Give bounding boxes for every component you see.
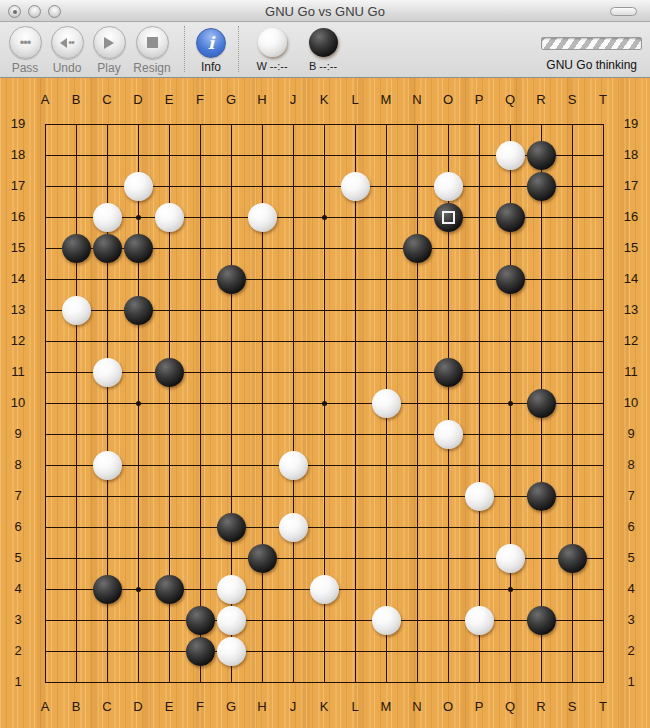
board-cell[interactable] <box>92 667 123 698</box>
board-cell[interactable] <box>247 357 278 388</box>
board-cell[interactable] <box>526 512 557 543</box>
board-cell[interactable] <box>526 202 557 233</box>
board-cell[interactable] <box>464 450 495 481</box>
board-cell[interactable] <box>340 140 371 171</box>
board-cell[interactable] <box>185 109 216 140</box>
board-cell[interactable] <box>309 481 340 512</box>
board-cell[interactable] <box>92 481 123 512</box>
board-cell[interactable] <box>216 419 247 450</box>
board-cell[interactable] <box>557 171 588 202</box>
board-cell[interactable] <box>526 667 557 698</box>
board-cell[interactable] <box>309 605 340 636</box>
board-cell[interactable] <box>61 357 92 388</box>
board-cell[interactable] <box>588 388 619 419</box>
board-cell[interactable] <box>247 140 278 171</box>
board-cell[interactable] <box>92 140 123 171</box>
board-cell[interactable] <box>340 419 371 450</box>
board-cell[interactable] <box>30 419 61 450</box>
board-cell[interactable] <box>61 233 92 264</box>
board-cell[interactable] <box>278 512 309 543</box>
board-cell[interactable] <box>123 388 154 419</box>
board-cell[interactable] <box>495 357 526 388</box>
board-cell[interactable] <box>340 295 371 326</box>
board-cell[interactable] <box>309 295 340 326</box>
board-cell[interactable] <box>61 419 92 450</box>
board-cell[interactable] <box>123 419 154 450</box>
board-cell[interactable] <box>92 233 123 264</box>
board-cell[interactable] <box>402 357 433 388</box>
board-cell[interactable] <box>557 481 588 512</box>
board-cell[interactable] <box>247 419 278 450</box>
board-cell[interactable] <box>433 574 464 605</box>
board-cell[interactable] <box>464 171 495 202</box>
board-cell[interactable] <box>495 140 526 171</box>
board-cell[interactable] <box>495 295 526 326</box>
board-cell[interactable] <box>278 202 309 233</box>
board-cell[interactable] <box>30 109 61 140</box>
board-cell[interactable] <box>185 543 216 574</box>
board-cell[interactable] <box>495 388 526 419</box>
board-cell[interactable] <box>185 388 216 419</box>
board-cell[interactable] <box>154 667 185 698</box>
board-cell[interactable] <box>216 574 247 605</box>
board-cell[interactable] <box>278 419 309 450</box>
board-cell[interactable] <box>278 450 309 481</box>
toolbar-toggle-pill[interactable] <box>610 7 637 16</box>
board-cell[interactable] <box>433 636 464 667</box>
board-cell[interactable] <box>557 264 588 295</box>
board-cell[interactable] <box>216 450 247 481</box>
board-cell[interactable] <box>185 605 216 636</box>
board-cell[interactable] <box>495 450 526 481</box>
board-cell[interactable] <box>433 419 464 450</box>
resign-button[interactable]: Resign <box>128 26 176 75</box>
board-cell[interactable] <box>185 574 216 605</box>
board-cell[interactable] <box>154 419 185 450</box>
board-cell[interactable] <box>30 512 61 543</box>
board-cell[interactable] <box>588 233 619 264</box>
board-cell[interactable] <box>402 543 433 574</box>
board-cell[interactable] <box>402 388 433 419</box>
board-cell[interactable] <box>464 140 495 171</box>
board-cell[interactable] <box>92 636 123 667</box>
board-cell[interactable] <box>340 171 371 202</box>
board-cell[interactable] <box>371 636 402 667</box>
board-cell[interactable] <box>30 636 61 667</box>
board-cell[interactable] <box>402 109 433 140</box>
board-cell[interactable] <box>92 357 123 388</box>
board-cell[interactable] <box>433 109 464 140</box>
board-cell[interactable] <box>309 264 340 295</box>
board-cell[interactable] <box>464 388 495 419</box>
board-cell[interactable] <box>557 543 588 574</box>
board-cell[interactable] <box>30 140 61 171</box>
board-cell[interactable] <box>464 419 495 450</box>
board-cell[interactable] <box>154 605 185 636</box>
board-cell[interactable] <box>588 481 619 512</box>
board-cell[interactable] <box>61 512 92 543</box>
board-cell[interactable] <box>30 605 61 636</box>
board-cell[interactable] <box>588 667 619 698</box>
board-cell[interactable] <box>154 636 185 667</box>
board-cell[interactable] <box>309 419 340 450</box>
board-cell[interactable] <box>216 233 247 264</box>
board-cell[interactable] <box>309 326 340 357</box>
board-cell[interactable] <box>309 109 340 140</box>
board-cell[interactable] <box>216 667 247 698</box>
board-cell[interactable] <box>340 667 371 698</box>
board-cell[interactable] <box>495 636 526 667</box>
board-cell[interactable] <box>402 326 433 357</box>
board-cell[interactable] <box>588 326 619 357</box>
board-cell[interactable] <box>495 419 526 450</box>
board-cell[interactable] <box>185 264 216 295</box>
board-cell[interactable] <box>216 636 247 667</box>
board-cell[interactable] <box>123 512 154 543</box>
board-cell[interactable] <box>30 543 61 574</box>
board-cell[interactable] <box>216 357 247 388</box>
board-cell[interactable] <box>402 450 433 481</box>
pass-button[interactable]: •••Pass <box>1 26 49 75</box>
board-cell[interactable] <box>278 233 309 264</box>
board-cell[interactable] <box>433 357 464 388</box>
board-cell[interactable] <box>588 450 619 481</box>
board-cell[interactable] <box>526 264 557 295</box>
board-cell[interactable] <box>464 481 495 512</box>
board-cell[interactable] <box>526 605 557 636</box>
board-cell[interactable] <box>340 202 371 233</box>
board-cell[interactable] <box>61 326 92 357</box>
board-cell[interactable] <box>30 388 61 419</box>
board-cell[interactable] <box>526 171 557 202</box>
board-cell[interactable] <box>92 264 123 295</box>
board-cell[interactable] <box>154 202 185 233</box>
board-cell[interactable] <box>154 140 185 171</box>
board-cell[interactable] <box>154 574 185 605</box>
board-cell[interactable] <box>309 450 340 481</box>
board-cell[interactable] <box>92 512 123 543</box>
board-cell[interactable] <box>247 574 278 605</box>
board-cell[interactable] <box>433 295 464 326</box>
board-cell[interactable] <box>526 636 557 667</box>
board-cell[interactable] <box>464 512 495 543</box>
board-cell[interactable] <box>216 481 247 512</box>
board-cell[interactable] <box>61 388 92 419</box>
play-button[interactable]: Play <box>85 26 133 75</box>
board-cell[interactable] <box>464 233 495 264</box>
board-cell[interactable] <box>185 171 216 202</box>
board-cell[interactable] <box>154 388 185 419</box>
board-cell[interactable] <box>247 326 278 357</box>
board-cell[interactable] <box>278 140 309 171</box>
board-cell[interactable] <box>433 264 464 295</box>
board-cell[interactable] <box>557 357 588 388</box>
board-cell[interactable] <box>557 636 588 667</box>
board-cell[interactable] <box>247 636 278 667</box>
board-cell[interactable] <box>185 202 216 233</box>
board-cell[interactable] <box>526 543 557 574</box>
board-cell[interactable] <box>402 171 433 202</box>
board-cell[interactable] <box>371 295 402 326</box>
board-cell[interactable] <box>185 636 216 667</box>
board-cell[interactable] <box>92 605 123 636</box>
board-cell[interactable] <box>340 605 371 636</box>
board-cell[interactable] <box>371 264 402 295</box>
board-cell[interactable] <box>588 605 619 636</box>
board-cell[interactable] <box>123 481 154 512</box>
board-cell[interactable] <box>464 357 495 388</box>
board-cell[interactable] <box>154 109 185 140</box>
board-cell[interactable] <box>247 605 278 636</box>
board-cell[interactable] <box>216 512 247 543</box>
board-cell[interactable] <box>123 574 154 605</box>
board-cell[interactable] <box>526 388 557 419</box>
board-cell[interactable] <box>30 357 61 388</box>
board-cell[interactable] <box>402 512 433 543</box>
board-cell[interactable] <box>30 202 61 233</box>
board-cell[interactable] <box>278 171 309 202</box>
board-cell[interactable] <box>278 574 309 605</box>
board-cell[interactable] <box>309 388 340 419</box>
board-cell[interactable] <box>30 667 61 698</box>
board-cell[interactable] <box>340 109 371 140</box>
board-cell[interactable] <box>30 295 61 326</box>
board-cell[interactable] <box>154 264 185 295</box>
board-cell[interactable] <box>154 171 185 202</box>
board-cell[interactable] <box>278 605 309 636</box>
board-cell[interactable] <box>464 636 495 667</box>
board-cell[interactable] <box>464 605 495 636</box>
board-cell[interactable] <box>309 202 340 233</box>
board-cell[interactable] <box>588 419 619 450</box>
board-cell[interactable] <box>185 233 216 264</box>
board-cell[interactable] <box>216 171 247 202</box>
board-cell[interactable] <box>495 202 526 233</box>
board-cell[interactable] <box>588 357 619 388</box>
board-cell[interactable] <box>557 233 588 264</box>
board-cell[interactable] <box>433 543 464 574</box>
board-cell[interactable] <box>495 481 526 512</box>
board-cell[interactable] <box>464 667 495 698</box>
board-cell[interactable] <box>557 667 588 698</box>
board-cell[interactable] <box>30 233 61 264</box>
board-cell[interactable] <box>185 481 216 512</box>
board-cell[interactable] <box>92 171 123 202</box>
board-cell[interactable] <box>526 295 557 326</box>
board-cell[interactable] <box>557 450 588 481</box>
board-cell[interactable] <box>433 481 464 512</box>
board-cell[interactable] <box>340 574 371 605</box>
board-cell[interactable] <box>371 481 402 512</box>
board-cell[interactable] <box>588 140 619 171</box>
board-cell[interactable] <box>309 543 340 574</box>
board-cell[interactable] <box>278 543 309 574</box>
board-cell[interactable] <box>309 667 340 698</box>
board-cell[interactable] <box>154 295 185 326</box>
board-cell[interactable] <box>371 357 402 388</box>
board-cell[interactable] <box>340 233 371 264</box>
board-cell[interactable] <box>340 326 371 357</box>
board-cell[interactable] <box>371 450 402 481</box>
board-cell[interactable] <box>61 140 92 171</box>
board-cell[interactable] <box>61 667 92 698</box>
board-cell[interactable] <box>371 667 402 698</box>
board-cell[interactable] <box>309 357 340 388</box>
board-cell[interactable] <box>433 512 464 543</box>
board-cell[interactable] <box>154 481 185 512</box>
board-cell[interactable] <box>61 171 92 202</box>
board-cell[interactable] <box>185 667 216 698</box>
board-cell[interactable] <box>433 233 464 264</box>
board-cell[interactable] <box>216 140 247 171</box>
board-cell[interactable] <box>92 543 123 574</box>
board-cell[interactable] <box>402 481 433 512</box>
board-cell[interactable] <box>92 109 123 140</box>
board-cell[interactable] <box>30 171 61 202</box>
board-cell[interactable] <box>402 264 433 295</box>
board-cell[interactable] <box>433 450 464 481</box>
board-cell[interactable] <box>123 109 154 140</box>
board-cell[interactable] <box>61 109 92 140</box>
board-cell[interactable] <box>371 388 402 419</box>
board-cell[interactable] <box>557 512 588 543</box>
board-cell[interactable] <box>61 605 92 636</box>
board-cell[interactable] <box>154 512 185 543</box>
board-cell[interactable] <box>588 295 619 326</box>
board-cell[interactable] <box>61 264 92 295</box>
board-cell[interactable] <box>309 512 340 543</box>
board-cell[interactable] <box>340 388 371 419</box>
board-cell[interactable] <box>371 419 402 450</box>
board-cell[interactable] <box>557 419 588 450</box>
board-cell[interactable] <box>278 295 309 326</box>
board-cell[interactable] <box>247 450 278 481</box>
board-cell[interactable] <box>433 326 464 357</box>
board-cell[interactable] <box>123 667 154 698</box>
board-cell[interactable] <box>123 450 154 481</box>
board-cell[interactable] <box>402 574 433 605</box>
board-cell[interactable] <box>557 605 588 636</box>
board-cell[interactable] <box>123 171 154 202</box>
board-cell[interactable] <box>402 140 433 171</box>
board-cell[interactable] <box>526 574 557 605</box>
board-cell[interactable] <box>185 326 216 357</box>
board-cell[interactable] <box>371 605 402 636</box>
board-cell[interactable] <box>216 202 247 233</box>
board-cell[interactable] <box>185 450 216 481</box>
board-cell[interactable] <box>557 109 588 140</box>
board-cell[interactable] <box>154 357 185 388</box>
board-cell[interactable] <box>278 636 309 667</box>
board-cell[interactable] <box>216 326 247 357</box>
board-cell[interactable] <box>340 512 371 543</box>
board-cell[interactable] <box>30 450 61 481</box>
board-cell[interactable] <box>216 605 247 636</box>
board-cell[interactable] <box>588 109 619 140</box>
board-cell[interactable] <box>371 140 402 171</box>
board-cell[interactable] <box>247 388 278 419</box>
board-cell[interactable] <box>433 171 464 202</box>
board-cell[interactable] <box>557 326 588 357</box>
board-cell[interactable] <box>433 667 464 698</box>
board-cell[interactable] <box>154 450 185 481</box>
board-cell[interactable] <box>185 295 216 326</box>
board-cell[interactable] <box>309 574 340 605</box>
board-cell[interactable] <box>154 233 185 264</box>
board-cell[interactable] <box>123 636 154 667</box>
board-cell[interactable] <box>278 109 309 140</box>
board-cell[interactable] <box>247 512 278 543</box>
board-cell[interactable] <box>588 202 619 233</box>
board-cell[interactable] <box>123 140 154 171</box>
board-cell[interactable] <box>464 202 495 233</box>
board-cell[interactable] <box>557 574 588 605</box>
board-cell[interactable] <box>495 109 526 140</box>
board-cell[interactable] <box>123 233 154 264</box>
board-cell[interactable] <box>278 357 309 388</box>
board-cell[interactable] <box>526 357 557 388</box>
board-cell[interactable] <box>247 264 278 295</box>
board-cell[interactable] <box>402 667 433 698</box>
board-cell[interactable] <box>61 574 92 605</box>
board-cell[interactable] <box>526 140 557 171</box>
board-cell[interactable] <box>123 357 154 388</box>
board-cell[interactable] <box>340 264 371 295</box>
board-cell[interactable] <box>309 233 340 264</box>
board-cell[interactable] <box>247 202 278 233</box>
board-cell[interactable] <box>216 388 247 419</box>
board-cell[interactable] <box>30 326 61 357</box>
board-cell[interactable] <box>526 109 557 140</box>
board-cell[interactable] <box>495 574 526 605</box>
board-cell[interactable] <box>371 512 402 543</box>
board-cell[interactable] <box>247 295 278 326</box>
board-cell[interactable] <box>402 636 433 667</box>
board-cell[interactable] <box>526 233 557 264</box>
board-cell[interactable] <box>185 512 216 543</box>
board-cell[interactable] <box>123 605 154 636</box>
board-cell[interactable] <box>123 295 154 326</box>
board-cell[interactable] <box>371 109 402 140</box>
board-cell[interactable] <box>557 140 588 171</box>
board-cell[interactable] <box>247 543 278 574</box>
board-cell[interactable] <box>371 326 402 357</box>
board-cell[interactable] <box>402 233 433 264</box>
board-cell[interactable] <box>309 636 340 667</box>
board-cell[interactable] <box>340 357 371 388</box>
board-cell[interactable] <box>464 543 495 574</box>
board-cell[interactable] <box>433 388 464 419</box>
board-cell[interactable] <box>278 388 309 419</box>
board-cell[interactable] <box>464 109 495 140</box>
board-cell[interactable] <box>433 140 464 171</box>
board-cell[interactable] <box>92 419 123 450</box>
board-cell[interactable] <box>185 357 216 388</box>
board-cell[interactable] <box>92 450 123 481</box>
board-cell[interactable] <box>526 450 557 481</box>
board-cell[interactable] <box>92 202 123 233</box>
board-cell[interactable] <box>92 326 123 357</box>
board-cell[interactable] <box>30 264 61 295</box>
board-cell[interactable] <box>464 295 495 326</box>
board-cell[interactable] <box>526 326 557 357</box>
board-cell[interactable] <box>61 295 92 326</box>
board-cell[interactable] <box>340 450 371 481</box>
board-cell[interactable] <box>154 326 185 357</box>
board-cell[interactable] <box>216 543 247 574</box>
board-cell[interactable] <box>588 636 619 667</box>
info-button[interactable]: i Info <box>187 26 235 74</box>
